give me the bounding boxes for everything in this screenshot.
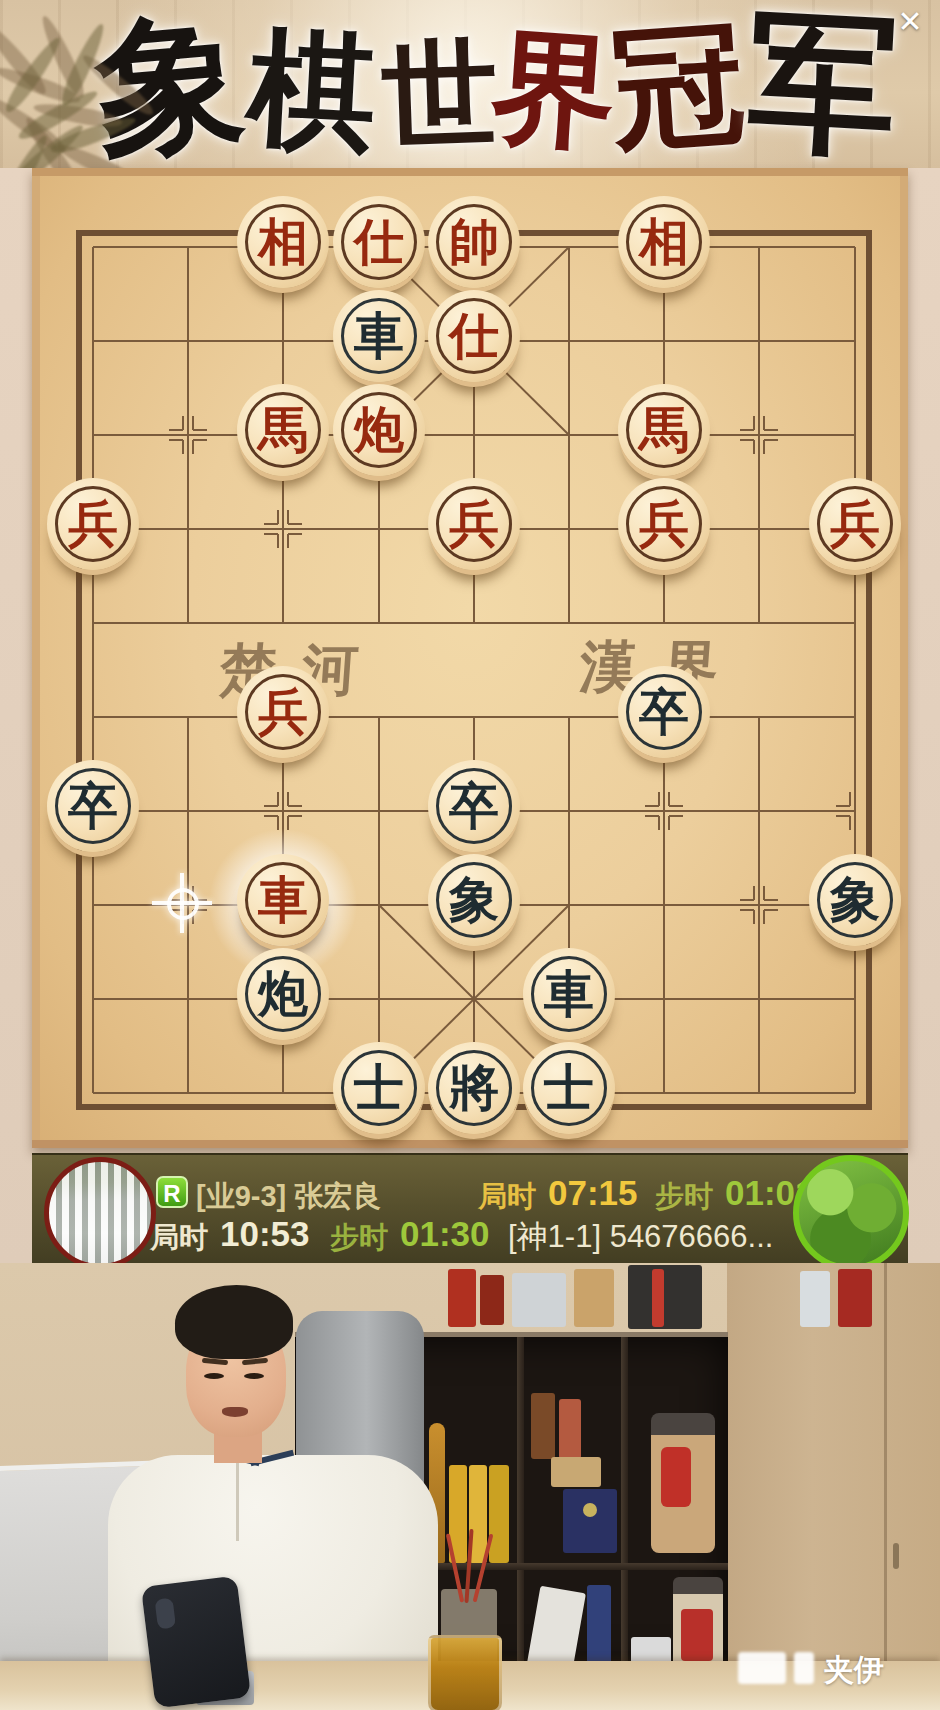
cabinet-seam [884,1263,887,1710]
piece-red-帥[interactable]: 帥 [428,196,520,288]
piece-character: 兵 [428,478,520,570]
piece-character: 炮 [333,384,425,476]
piece-black-車[interactable]: 車 [333,290,425,382]
bottom-move-time-label: 步时 [330,1218,388,1258]
last-move-marker-icon [152,873,212,933]
piece-character: 士 [523,1042,615,1134]
cabinet-handle [893,1543,899,1569]
piece-black-象[interactable]: 象 [809,854,901,946]
blurred-block [794,1652,814,1684]
piece-red-兵[interactable]: 兵 [809,478,901,570]
piece-character: 仕 [428,290,520,382]
piece-character: 車 [333,290,425,382]
streamer-hair [175,1285,293,1359]
piece-red-仕[interactable]: 仕 [333,196,425,288]
blue-box-emblem [583,1503,597,1517]
marker-ring [167,888,199,920]
bottle [559,1399,581,1459]
piece-red-馬[interactable]: 馬 [237,384,329,476]
knife-block [551,1457,601,1487]
shelf-top-box [574,1269,614,1327]
bottom-game-time: 10:53 [220,1214,310,1254]
shelf-top-book-spine [652,1269,664,1327]
standing-book [587,1585,611,1673]
piece-character: 兵 [809,478,901,570]
piece-black-炮[interactable]: 炮 [237,948,329,1040]
piece-character: 炮 [237,948,329,1040]
phone [141,1576,251,1709]
cabinet [727,1263,940,1710]
piece-red-兵[interactable]: 兵 [237,666,329,758]
piece-character: 兵 [618,478,710,570]
shelf-top-red-can [480,1275,504,1325]
piece-black-卒[interactable]: 卒 [428,760,520,852]
piece-character: 士 [333,1042,425,1134]
rank-badge: R [156,1176,188,1208]
piece-character: 車 [237,854,329,946]
tea-glass [428,1635,502,1710]
blurred-block [738,1652,786,1684]
piece-red-馬[interactable]: 馬 [618,384,710,476]
top-move-time-label: 步时 [655,1177,713,1217]
piece-character: 相 [618,196,710,288]
top-game-time-label: 局时 [478,1177,536,1217]
piece-black-士[interactable]: 士 [523,1042,615,1134]
piece-black-將[interactable]: 將 [428,1042,520,1134]
piece-red-兵[interactable]: 兵 [428,478,520,570]
piece-red-仕[interactable]: 仕 [428,290,520,382]
piece-black-士[interactable]: 士 [333,1042,425,1134]
piece-character: 象 [809,854,901,946]
shelf-top-red-box [838,1269,872,1327]
livestream-screen: 象棋世界冠军 ✕ 楚河 漢界 相仕帥相車仕馬炮馬兵兵兵兵兵卒卒卒車象象炮車士將士… [0,0,940,1710]
top-game-time: 07:15 [548,1173,638,1213]
bottom-player-avatar[interactable] [793,1155,909,1271]
piece-character: 帥 [428,196,520,288]
bottom-player-name: [神1-1] 54676666... [508,1216,773,1258]
jar-red-contents [681,1609,713,1661]
mouth [222,1407,248,1417]
phone-camera-icon [155,1598,177,1630]
piece-red-車[interactable]: 車 [237,854,329,946]
eye [244,1373,264,1379]
piece-red-相[interactable]: 相 [237,196,329,288]
piece-red-相[interactable]: 相 [618,196,710,288]
piece-character: 將 [428,1042,520,1134]
piece-black-象[interactable]: 象 [428,854,520,946]
eye [204,1373,224,1379]
piece-character: 兵 [237,666,329,758]
shelf-divider [621,1337,628,1673]
xiangqi-board[interactable]: 楚河 漢界 相仕帥相車仕馬炮馬兵兵兵兵兵卒卒卒車象象炮車士將士 [32,168,908,1148]
shelf-top-box [512,1273,566,1327]
video-player[interactable]: 夹伊 [0,1263,940,1710]
piece-character: 馬 [237,384,329,476]
piece-character: 象 [428,854,520,946]
piece-character: 兵 [47,478,139,570]
piece-red-兵[interactable]: 兵 [618,478,710,570]
piece-character: 馬 [618,384,710,476]
piece-character: 相 [237,196,329,288]
shelf-top-red-can [448,1269,476,1327]
piece-black-卒[interactable]: 卒 [47,760,139,852]
piece-black-卒[interactable]: 卒 [618,666,710,758]
piece-red-兵[interactable]: 兵 [47,478,139,570]
yellow-book [489,1465,509,1563]
piece-character: 卒 [47,760,139,852]
top-player-name: [业9-3] 张宏良 [196,1177,381,1217]
jar-red-contents [661,1447,691,1507]
shelf-top-jar [800,1271,830,1327]
bottom-game-time-label: 局时 [150,1218,208,1258]
piece-black-車[interactable]: 車 [523,948,615,1040]
bottle [531,1393,555,1459]
piece-character: 仕 [333,196,425,288]
piece-character: 卒 [618,666,710,758]
piece-character: 車 [523,948,615,1040]
piece-red-炮[interactable]: 炮 [333,384,425,476]
shelf-divider [517,1337,524,1673]
polo-placket [236,1463,239,1541]
blue-box [563,1489,617,1553]
shelf-top-books [628,1265,702,1329]
board-grid [0,0,940,1160]
watermark-text: 夹伊 [824,1650,884,1691]
bottom-move-time: 01:30 [400,1214,490,1254]
top-player-avatar[interactable] [44,1157,156,1269]
watermark: 夹伊 [738,1648,938,1688]
piece-character: 卒 [428,760,520,852]
